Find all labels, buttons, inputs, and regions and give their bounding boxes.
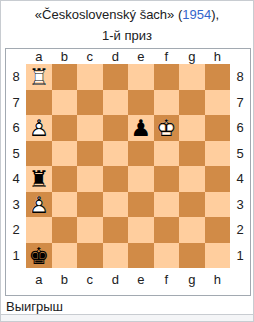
square-e1 [128, 243, 154, 269]
square-g8 [179, 64, 205, 90]
board-frame: abcdefgh8♜♖8776♟♙♟♚♔6554♜43♟♙3221♚1abcde… [5, 48, 251, 296]
piece-white-king: ♔ [154, 115, 180, 141]
square-f1 [154, 243, 180, 269]
square-c8 [77, 64, 103, 90]
rank-label-right-3: 3 [230, 192, 250, 218]
square-b7 [52, 90, 78, 116]
square-a5 [26, 141, 52, 167]
rank-label-left-3: 3 [6, 192, 26, 218]
square-c2 [77, 217, 103, 243]
square-d4 [103, 166, 129, 192]
square-e2 [128, 217, 154, 243]
square-d7 [103, 90, 129, 116]
square-f2 [154, 217, 180, 243]
file-label-d: d [103, 268, 129, 295]
square-g1 [179, 243, 205, 269]
square-d6 [103, 115, 129, 141]
square-a3: ♟♙ [26, 192, 52, 218]
file-label-e: e [128, 49, 154, 64]
rank-label-right-6: 6 [230, 115, 250, 141]
square-c4 [77, 166, 103, 192]
rank-label-right-5: 5 [230, 141, 250, 167]
rank-label-left-7: 7 [6, 90, 26, 116]
square-b6 [52, 115, 78, 141]
square-c3 [77, 192, 103, 218]
title-line: «Československý šach» (1954), [1, 4, 253, 25]
square-d3 [103, 192, 129, 218]
square-e6: ♟ [128, 115, 154, 141]
square-a6: ♟♙ [26, 115, 52, 141]
page-background-strip [1, 314, 253, 321]
piece-black-pawn: ♟ [128, 115, 154, 141]
chess-diagram-widget: «Československý šach» (1954), 1-й приз a… [0, 0, 254, 322]
square-b3 [52, 192, 78, 218]
board-corner [230, 268, 250, 295]
square-d5 [103, 141, 129, 167]
piece-white-pawn: ♙ [26, 115, 52, 141]
square-a7 [26, 90, 52, 116]
year-link[interactable]: 1954 [182, 7, 211, 22]
square-h8 [205, 64, 231, 90]
square-h1 [205, 243, 231, 269]
board-corner [6, 49, 26, 64]
board-corner [6, 268, 26, 295]
file-label-c: c [77, 268, 103, 295]
file-label-e: e [128, 268, 154, 295]
square-e7 [128, 90, 154, 116]
square-b1 [52, 243, 78, 269]
rank-label-right-1: 1 [230, 243, 250, 269]
square-g2 [179, 217, 205, 243]
board-grid: abcdefgh8♜♖8776♟♙♟♚♔6554♜43♟♙3221♚1abcde… [6, 49, 250, 295]
square-f5 [154, 141, 180, 167]
file-label-h: h [205, 268, 231, 295]
square-a1: ♚ [26, 243, 52, 269]
subtitle: 1-й приз [1, 25, 253, 46]
square-a2 [26, 217, 52, 243]
rank-label-right-7: 7 [230, 90, 250, 116]
square-g4 [179, 166, 205, 192]
square-d2 [103, 217, 129, 243]
square-c7 [77, 90, 103, 116]
file-label-a: a [26, 49, 52, 64]
square-f8 [154, 64, 180, 90]
title-prefix: «Československý šach» ( [35, 7, 182, 22]
file-label-g: g [179, 49, 205, 64]
square-g7 [179, 90, 205, 116]
square-e5 [128, 141, 154, 167]
square-h3 [205, 192, 231, 218]
piece-white-rook-fill: ♜ [26, 64, 52, 90]
square-c1 [77, 243, 103, 269]
file-label-h: h [205, 49, 231, 64]
rank-label-right-4: 4 [230, 166, 250, 192]
square-h2 [205, 217, 231, 243]
rank-label-left-1: 1 [6, 243, 26, 269]
rank-label-left-2: 2 [6, 217, 26, 243]
square-g5 [179, 141, 205, 167]
square-a8: ♜♖ [26, 64, 52, 90]
square-d1 [103, 243, 129, 269]
diagram-header: «Československý šach» (1954), 1-й приз [1, 1, 253, 47]
square-e8 [128, 64, 154, 90]
file-label-f: f [154, 268, 180, 295]
caption-text: Выигрыш [6, 298, 63, 315]
rank-label-right-2: 2 [230, 217, 250, 243]
title-suffix: ), [211, 7, 219, 22]
square-g3 [179, 192, 205, 218]
square-e3 [128, 192, 154, 218]
square-c6 [77, 115, 103, 141]
file-label-c: c [77, 49, 103, 64]
square-h5 [205, 141, 231, 167]
file-label-b: b [52, 268, 78, 295]
piece-white-king-fill: ♚ [154, 115, 180, 141]
square-b2 [52, 217, 78, 243]
file-label-f: f [154, 49, 180, 64]
piece-white-pawn-fill: ♟ [26, 192, 52, 218]
file-label-b: b [52, 49, 78, 64]
square-b5 [52, 141, 78, 167]
square-h6 [205, 115, 231, 141]
square-f6: ♚♔ [154, 115, 180, 141]
file-label-a: a [26, 268, 52, 295]
square-b8 [52, 64, 78, 90]
rank-label-left-4: 4 [6, 166, 26, 192]
square-h4 [205, 166, 231, 192]
piece-white-rook: ♖ [26, 64, 52, 90]
board-corner [230, 49, 250, 64]
square-g6 [179, 115, 205, 141]
file-label-g: g [179, 268, 205, 295]
piece-black-king: ♚ [26, 243, 52, 269]
square-f3 [154, 192, 180, 218]
square-c5 [77, 141, 103, 167]
piece-black-rook: ♜ [26, 166, 52, 192]
square-f7 [154, 90, 180, 116]
piece-white-pawn: ♙ [26, 192, 52, 218]
piece-white-pawn-fill: ♟ [26, 115, 52, 141]
square-b4 [52, 166, 78, 192]
rank-label-right-8: 8 [230, 64, 250, 90]
square-f4 [154, 166, 180, 192]
rank-label-left-8: 8 [6, 64, 26, 90]
square-h7 [205, 90, 231, 116]
file-label-d: d [103, 49, 129, 64]
square-e4 [128, 166, 154, 192]
rank-label-left-5: 5 [6, 141, 26, 167]
rank-label-left-6: 6 [6, 115, 26, 141]
square-a4: ♜ [26, 166, 52, 192]
square-d8 [103, 64, 129, 90]
